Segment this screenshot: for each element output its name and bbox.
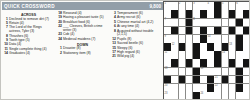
grid-cell[interactable] bbox=[164, 10, 171, 18]
crossword-grid: 123456789101213111418192120222324 bbox=[163, 1, 250, 100]
black-cell bbox=[207, 43, 214, 51]
black-cell bbox=[214, 51, 221, 59]
cell-number: 2 bbox=[179, 2, 180, 5]
grid-cell[interactable] bbox=[207, 51, 214, 59]
grid-cell[interactable] bbox=[214, 43, 221, 51]
clue-item: 21Wild pig (4) bbox=[111, 55, 162, 59]
black-cell bbox=[243, 27, 250, 35]
grid-cell[interactable] bbox=[171, 2, 178, 10]
grid-cell[interactable] bbox=[179, 92, 186, 100]
grid-cell[interactable] bbox=[200, 76, 207, 84]
cell-number: 12 bbox=[172, 43, 175, 46]
grid-cell[interactable] bbox=[229, 76, 236, 84]
cell-number: 9 bbox=[164, 35, 165, 38]
black-cell bbox=[193, 76, 200, 84]
cell-number: 14 bbox=[222, 51, 225, 54]
grid-cell[interactable] bbox=[179, 10, 186, 18]
grid-cell[interactable] bbox=[222, 84, 229, 92]
black-cell bbox=[171, 10, 178, 18]
grid-cell[interactable] bbox=[236, 10, 243, 18]
grid-cell[interactable]: 5 bbox=[222, 2, 229, 10]
black-cell bbox=[193, 68, 200, 76]
grid-cell[interactable] bbox=[186, 43, 193, 51]
grid-cell[interactable] bbox=[222, 35, 229, 43]
quick-crossword-panel: QUICK CROSSWORD 9,800 ACROSS1Declined to… bbox=[0, 0, 250, 100]
cell-number: 8 bbox=[193, 18, 194, 21]
grid-cell[interactable] bbox=[186, 68, 193, 76]
grid-cell[interactable] bbox=[243, 19, 250, 27]
black-cell bbox=[214, 59, 221, 67]
grid-cell[interactable]: 7 bbox=[164, 19, 171, 27]
black-cell bbox=[186, 59, 193, 67]
black-cell bbox=[214, 10, 221, 18]
grid-cell[interactable] bbox=[179, 27, 186, 35]
grid-cell[interactable]: 1 bbox=[164, 2, 171, 10]
black-cell bbox=[193, 43, 200, 51]
grid-cell[interactable] bbox=[229, 84, 236, 92]
black-cell bbox=[236, 35, 243, 43]
black-cell bbox=[171, 59, 178, 67]
cell-number: 1 bbox=[164, 2, 165, 5]
black-cell bbox=[164, 76, 171, 84]
black-cell bbox=[171, 27, 178, 35]
grid-cell[interactable] bbox=[186, 51, 193, 59]
grid-cell[interactable] bbox=[229, 68, 236, 76]
clue-column-3: 3Temperament (6)4Army recruit (6)5Chines… bbox=[111, 12, 162, 99]
grid-cell[interactable] bbox=[207, 27, 214, 35]
grid-cell[interactable] bbox=[243, 2, 250, 10]
grid-cell[interactable] bbox=[243, 92, 250, 100]
grid-cell[interactable] bbox=[164, 27, 171, 35]
grid-cell[interactable] bbox=[214, 68, 221, 76]
black-cell bbox=[222, 43, 229, 51]
grid-cell[interactable] bbox=[186, 92, 193, 100]
cell-number: 18 bbox=[164, 67, 167, 70]
cell-number: 10 bbox=[208, 35, 211, 38]
black-cell bbox=[193, 51, 200, 59]
black-cell bbox=[243, 10, 250, 18]
grid-cell[interactable] bbox=[200, 43, 207, 51]
black-cell bbox=[200, 59, 207, 67]
grid-cell[interactable] bbox=[171, 76, 178, 84]
grid-cell[interactable] bbox=[193, 27, 200, 35]
clue-text: Graduates (4) bbox=[9, 52, 54, 56]
black-cell bbox=[200, 35, 207, 43]
grid-cell[interactable] bbox=[236, 59, 243, 67]
grid-cell[interactable] bbox=[207, 10, 214, 18]
grid-cell[interactable] bbox=[171, 51, 178, 59]
grid-cell[interactable] bbox=[200, 19, 207, 27]
black-cell bbox=[236, 76, 243, 84]
grid-cell[interactable] bbox=[243, 68, 250, 76]
grid-cell[interactable] bbox=[193, 10, 200, 18]
grid-cell[interactable] bbox=[243, 76, 250, 84]
black-cell bbox=[200, 27, 207, 35]
cell-number: 6 bbox=[236, 2, 237, 5]
grid-cell[interactable]: 14 bbox=[222, 51, 229, 59]
grid-cell[interactable] bbox=[207, 19, 214, 27]
black-cell bbox=[243, 59, 250, 67]
grid-cell[interactable] bbox=[214, 92, 221, 100]
grid-cell[interactable] bbox=[236, 92, 243, 100]
grid-cell[interactable] bbox=[171, 19, 178, 27]
grid-cell[interactable] bbox=[179, 84, 186, 92]
grid-cell[interactable] bbox=[222, 10, 229, 18]
header-bar: QUICK CROSSWORD 9,800 bbox=[2, 2, 163, 10]
cell-number: 23 bbox=[164, 92, 167, 95]
grid-cell[interactable] bbox=[229, 51, 236, 59]
cell-number: 20 bbox=[164, 84, 167, 87]
clue-item: 24Medieval maidens (7) bbox=[57, 38, 108, 42]
black-cell bbox=[186, 19, 193, 27]
grid-cell[interactable]: 4 bbox=[207, 2, 214, 10]
black-cell bbox=[207, 76, 214, 84]
cell-number: 3 bbox=[193, 2, 194, 5]
clue-item: 2Stationery item (8) bbox=[57, 52, 108, 56]
grid-cell[interactable]: 10 bbox=[207, 35, 214, 43]
grid-cell[interactable] bbox=[214, 35, 221, 43]
grid-cell[interactable] bbox=[200, 84, 207, 92]
grid-cell[interactable] bbox=[222, 19, 229, 27]
grid-cell[interactable] bbox=[243, 43, 250, 51]
grid-cell[interactable] bbox=[243, 35, 250, 43]
black-cell bbox=[236, 43, 243, 51]
black-cell bbox=[222, 76, 229, 84]
grid-cell[interactable]: 19 bbox=[200, 68, 207, 76]
clue-text: Wild pig (4) bbox=[117, 55, 162, 59]
grid-cell[interactable]: 13 bbox=[229, 43, 236, 51]
cell-number: 21 bbox=[215, 76, 218, 79]
grid-cell[interactable] bbox=[171, 92, 178, 100]
grid-cell[interactable] bbox=[207, 59, 214, 67]
cell-number: 22 bbox=[215, 84, 218, 87]
grid-cell[interactable] bbox=[179, 68, 186, 76]
grid-cell[interactable]: 3 bbox=[193, 2, 200, 10]
puzzle-number: 9,800 bbox=[150, 4, 162, 9]
clue-column-2: 18Resound (4)19Having a pleasant taste (… bbox=[57, 12, 108, 99]
black-cell bbox=[186, 27, 193, 35]
grid-cell[interactable] bbox=[186, 35, 193, 43]
puzzle-title: QUICK CROSSWORD bbox=[4, 4, 55, 9]
black-cell bbox=[179, 76, 186, 84]
grid-cell[interactable]: 24 bbox=[200, 92, 207, 100]
grid-cell[interactable] bbox=[171, 35, 178, 43]
grid-cell[interactable]: 6 bbox=[236, 2, 243, 10]
grid-cell[interactable]: 18 bbox=[164, 68, 171, 76]
black-cell bbox=[164, 43, 171, 51]
grid-cell[interactable] bbox=[193, 84, 200, 92]
black-cell bbox=[229, 27, 236, 35]
cell-number: 13 bbox=[229, 43, 232, 46]
cell-number: 4 bbox=[208, 2, 209, 5]
clues-area: ACROSS1Declined to remove dirt (7)5Retai… bbox=[2, 12, 163, 99]
black-cell bbox=[229, 59, 236, 67]
grid-cell[interactable] bbox=[222, 59, 229, 67]
black-cell bbox=[214, 2, 221, 10]
grid-cell[interactable] bbox=[222, 68, 229, 76]
cell-number: 11 bbox=[164, 51, 167, 54]
black-cell bbox=[236, 68, 243, 76]
grid-cell[interactable] bbox=[214, 19, 221, 27]
grid-cell[interactable]: 20 bbox=[164, 84, 171, 92]
grid-cell[interactable]: 8 bbox=[193, 19, 200, 27]
grid-cell[interactable] bbox=[236, 27, 243, 35]
clue-text: Medieval maidens (7) bbox=[63, 38, 108, 42]
grid-cell[interactable] bbox=[171, 84, 178, 92]
grid-cell[interactable] bbox=[243, 84, 250, 92]
grid-cell[interactable] bbox=[200, 2, 207, 10]
clue-text: The Lord of the Rings actress, Tyler (3) bbox=[9, 26, 54, 34]
grid-cell[interactable] bbox=[186, 84, 193, 92]
grid-cell[interactable] bbox=[229, 2, 236, 10]
black-cell bbox=[200, 10, 207, 18]
grid-cell[interactable] bbox=[186, 76, 193, 84]
black-cell bbox=[179, 43, 186, 51]
grid-cell[interactable] bbox=[229, 92, 236, 100]
grid-cell[interactable] bbox=[164, 59, 171, 67]
grid-cell[interactable] bbox=[229, 35, 236, 43]
grid-cell[interactable] bbox=[179, 59, 186, 67]
grid-cell[interactable] bbox=[243, 51, 250, 59]
grid-cell[interactable] bbox=[222, 92, 229, 100]
clue-item: 14Graduates (4) bbox=[3, 52, 54, 56]
grid-cell[interactable] bbox=[179, 51, 186, 59]
black-cell bbox=[229, 10, 236, 18]
grid-cell[interactable] bbox=[207, 92, 214, 100]
black-cell bbox=[186, 10, 193, 18]
grid-cell[interactable] bbox=[179, 35, 186, 43]
black-cell bbox=[193, 92, 200, 100]
grid-cell[interactable] bbox=[222, 27, 229, 35]
grid-cell[interactable] bbox=[186, 2, 193, 10]
grid-cell[interactable] bbox=[171, 68, 178, 76]
clue-column-1: ACROSS1Declined to remove dirt (7)5Retai… bbox=[3, 12, 54, 99]
cell-number: 19 bbox=[200, 67, 203, 70]
grid-cell[interactable] bbox=[229, 19, 236, 27]
cell-number: 24 bbox=[200, 92, 203, 95]
grid-cell[interactable]: 22 bbox=[214, 84, 221, 92]
grid-cell[interactable] bbox=[236, 51, 243, 59]
grid-cell[interactable]: 12 bbox=[171, 43, 178, 51]
black-cell bbox=[236, 84, 243, 92]
grid-cell[interactable]: 11 bbox=[164, 51, 171, 59]
clue-item: 7The Lord of the Rings actress, Tyler (3… bbox=[3, 26, 54, 34]
grid-cell[interactable] bbox=[193, 35, 200, 43]
black-cell bbox=[236, 19, 243, 27]
clue-text: Stationery item (8) bbox=[63, 52, 108, 56]
grid-cell[interactable]: 23 bbox=[164, 92, 171, 100]
grid-cell[interactable] bbox=[207, 68, 214, 76]
grid-cell[interactable]: 9 bbox=[164, 35, 171, 43]
grid-cell[interactable] bbox=[193, 59, 200, 67]
grid-cell[interactable]: 21 bbox=[214, 76, 221, 84]
grid-cell[interactable] bbox=[200, 51, 207, 59]
grid-cell[interactable]: 2 bbox=[179, 2, 186, 10]
grid-cell[interactable] bbox=[179, 19, 186, 27]
cell-number: 7 bbox=[164, 18, 165, 21]
black-cell bbox=[207, 84, 214, 92]
cell-number: 5 bbox=[222, 2, 223, 5]
black-cell bbox=[214, 27, 221, 35]
